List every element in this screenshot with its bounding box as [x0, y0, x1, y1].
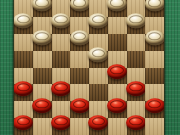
- board-square[interactable]: [108, 101, 127, 118]
- white-piece[interactable]: [70, 30, 90, 45]
- board-square[interactable]: [127, 17, 146, 34]
- board-square[interactable]: [33, 51, 52, 68]
- board-square[interactable]: [33, 34, 52, 51]
- white-piece[interactable]: [32, 0, 52, 12]
- red-piece[interactable]: [51, 115, 71, 130]
- board-square[interactable]: [89, 68, 108, 85]
- white-piece[interactable]: [126, 14, 146, 29]
- board-square[interactable]: [52, 51, 71, 68]
- white-piece[interactable]: [145, 30, 165, 45]
- checkers-board[interactable]: [13, 0, 165, 135]
- white-piece[interactable]: [32, 30, 52, 45]
- board-square[interactable]: [33, 0, 52, 17]
- board-square[interactable]: [127, 51, 146, 68]
- board-square[interactable]: [108, 17, 127, 34]
- red-piece[interactable]: [32, 98, 52, 113]
- white-piece[interactable]: [88, 14, 108, 29]
- red-piece[interactable]: [51, 81, 71, 96]
- board-square[interactable]: [52, 34, 71, 51]
- red-piece[interactable]: [88, 115, 108, 130]
- red-piece[interactable]: [13, 81, 33, 96]
- white-piece[interactable]: [70, 0, 90, 12]
- red-piece[interactable]: [126, 115, 146, 130]
- board-square[interactable]: [108, 68, 127, 85]
- board-square[interactable]: [145, 51, 164, 68]
- board-square[interactable]: [145, 118, 164, 135]
- white-piece[interactable]: [107, 0, 127, 12]
- board-square[interactable]: [14, 51, 33, 68]
- white-piece[interactable]: [88, 47, 108, 62]
- board-square[interactable]: [70, 51, 89, 68]
- red-piece[interactable]: [145, 98, 165, 113]
- board-square[interactable]: [14, 118, 33, 135]
- board-square[interactable]: [70, 101, 89, 118]
- board-square[interactable]: [14, 17, 33, 34]
- game-window: [0, 0, 180, 135]
- board-square[interactable]: [33, 101, 52, 118]
- board-square[interactable]: [33, 68, 52, 85]
- red-piece[interactable]: [13, 115, 33, 130]
- board-square[interactable]: [14, 34, 33, 51]
- white-piece[interactable]: [145, 0, 165, 12]
- board-square[interactable]: [14, 84, 33, 101]
- board-square[interactable]: [108, 34, 127, 51]
- board-square[interactable]: [89, 118, 108, 135]
- board-square[interactable]: [89, 51, 108, 68]
- board-square[interactable]: [145, 68, 164, 85]
- red-piece[interactable]: [107, 98, 127, 113]
- board-square[interactable]: [52, 118, 71, 135]
- board-square[interactable]: [70, 34, 89, 51]
- board-square[interactable]: [127, 118, 146, 135]
- board-square[interactable]: [145, 0, 164, 17]
- board-square[interactable]: [52, 84, 71, 101]
- board-square[interactable]: [145, 34, 164, 51]
- board-square[interactable]: [52, 17, 71, 34]
- red-piece[interactable]: [70, 98, 90, 113]
- board-square[interactable]: [108, 118, 127, 135]
- board-square[interactable]: [70, 0, 89, 17]
- board-square[interactable]: [89, 84, 108, 101]
- red-piece[interactable]: [107, 64, 127, 79]
- board-square[interactable]: [127, 84, 146, 101]
- board-square[interactable]: [70, 68, 89, 85]
- board-square[interactable]: [70, 118, 89, 135]
- board-square[interactable]: [145, 101, 164, 118]
- white-piece[interactable]: [13, 14, 33, 29]
- board-square[interactable]: [89, 17, 108, 34]
- white-piece[interactable]: [51, 14, 71, 29]
- board-square[interactable]: [127, 34, 146, 51]
- red-piece[interactable]: [126, 81, 146, 96]
- board-square[interactable]: [108, 0, 127, 17]
- board-square[interactable]: [33, 118, 52, 135]
